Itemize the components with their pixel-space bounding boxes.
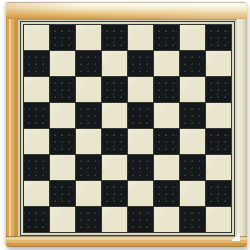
board-square[interactable] [102,51,127,76]
board-square[interactable] [128,181,153,206]
board-square[interactable] [76,103,101,128]
board-square[interactable] [128,51,153,76]
board-square[interactable] [206,129,231,154]
checkerboard [23,24,232,233]
board-square[interactable] [24,155,49,180]
board-square[interactable] [180,25,205,50]
board-square[interactable] [50,25,75,50]
board-square[interactable] [154,103,179,128]
board-square[interactable] [154,129,179,154]
board-square[interactable] [76,51,101,76]
board-square[interactable] [180,207,205,232]
board-square[interactable] [102,25,127,50]
board-square[interactable] [50,129,75,154]
board-square[interactable] [76,181,101,206]
board-square[interactable] [76,155,101,180]
board-square[interactable] [154,77,179,102]
board-square[interactable] [206,155,231,180]
board-square[interactable] [128,129,153,154]
board-square[interactable] [76,129,101,154]
board-square[interactable] [154,207,179,232]
wood-frame-left [6,6,17,247]
board-square[interactable] [24,77,49,102]
board-square[interactable] [50,155,75,180]
board-square[interactable] [24,181,49,206]
board-square[interactable] [76,25,101,50]
board-square[interactable] [76,207,101,232]
board-square[interactable] [102,129,127,154]
board-square[interactable] [102,181,127,206]
board-square[interactable] [206,181,231,206]
board-square[interactable] [154,51,179,76]
board-square[interactable] [128,155,153,180]
board-square[interactable] [24,51,49,76]
photo-highlight [232,232,240,241]
board-square[interactable] [102,207,127,232]
board-panel [17,19,237,237]
board-square[interactable] [24,129,49,154]
board-square[interactable] [24,103,49,128]
board-square[interactable] [206,103,231,128]
board-square[interactable] [50,77,75,102]
board-square[interactable] [154,181,179,206]
box-side-right [237,6,247,247]
product-photo [0,0,250,250]
board-square[interactable] [102,103,127,128]
wooden-game-box [6,2,247,247]
board-square[interactable] [128,103,153,128]
board-square[interactable] [50,207,75,232]
wood-frame-bottom [6,237,247,247]
board-square[interactable] [180,129,205,154]
board-square[interactable] [180,103,205,128]
board-square[interactable] [102,155,127,180]
board-square[interactable] [180,181,205,206]
board-square[interactable] [180,155,205,180]
board-square[interactable] [154,155,179,180]
board-square[interactable] [50,181,75,206]
board-square[interactable] [180,51,205,76]
board-square[interactable] [128,207,153,232]
board-square[interactable] [206,77,231,102]
board-square[interactable] [24,207,49,232]
board-square[interactable] [180,77,205,102]
wood-frame-top [6,2,247,19]
board-square[interactable] [50,51,75,76]
board-square[interactable] [206,51,231,76]
board-border [20,21,235,236]
board-square[interactable] [206,207,231,232]
board-square[interactable] [102,77,127,102]
board-square[interactable] [154,25,179,50]
board-square[interactable] [76,77,101,102]
board-square[interactable] [128,77,153,102]
board-square[interactable] [24,25,49,50]
board-square[interactable] [206,25,231,50]
board-square[interactable] [128,25,153,50]
board-square[interactable] [50,103,75,128]
